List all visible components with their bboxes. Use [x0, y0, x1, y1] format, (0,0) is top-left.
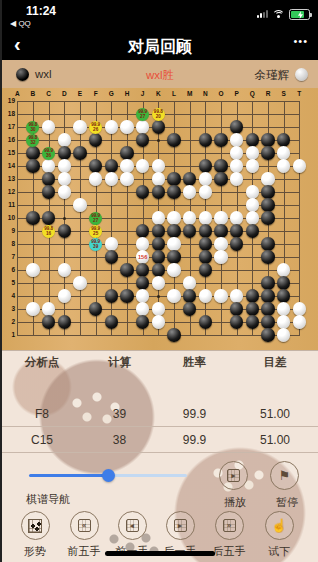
white-stone — [214, 289, 228, 303]
pause-button-label: 暂停 — [264, 495, 310, 510]
black-stone — [42, 211, 56, 225]
board-column-label: F — [91, 90, 101, 97]
black-stone — [152, 237, 166, 251]
white-stone — [246, 159, 260, 173]
try-move-label: 试下 — [256, 544, 302, 559]
white-stone — [167, 237, 181, 251]
white-stone — [152, 276, 166, 290]
black-stone — [167, 328, 181, 342]
board-row-label: 16 — [2, 136, 15, 143]
white-stone — [152, 211, 166, 225]
go-board[interactable]: A19B18C17D16E15F14G13H12J11K10L9M8N7O6P5… — [2, 88, 318, 350]
analysis-marker-K18[interactable]: 99.820 — [152, 108, 165, 121]
black-stone — [42, 315, 56, 329]
table-header-cell: 目差 — [232, 355, 318, 370]
cellular-signal-icon — [257, 10, 268, 18]
board-column-label: D — [59, 90, 69, 97]
analysis-row-F8[interactable]: F83999.951.00 — [2, 401, 318, 426]
black-stone — [261, 276, 275, 290]
white-stone — [152, 172, 166, 186]
black-stone — [167, 185, 181, 199]
white-stone — [277, 302, 291, 316]
board-column-label: B — [28, 90, 38, 97]
white-stone — [42, 120, 56, 134]
analysis-marker-B17[interactable]: 99.830 — [26, 121, 39, 134]
white-stone — [136, 159, 150, 173]
board-column-label: R — [263, 90, 273, 97]
forward-five-button[interactable]: » — [215, 511, 244, 540]
black-stone — [105, 250, 119, 264]
move-slider-thumb[interactable] — [102, 469, 115, 482]
white-stone — [105, 172, 119, 186]
white-stone — [73, 120, 87, 134]
black-stone — [246, 289, 260, 303]
situation-label: 形势 — [12, 544, 58, 559]
white-stone — [246, 211, 260, 225]
white-stone — [42, 159, 56, 173]
board-row-label: 15 — [2, 149, 15, 156]
board-column-label: N — [200, 90, 210, 97]
white-stone — [42, 302, 56, 316]
black-stone — [136, 276, 150, 290]
board-row-label: 7 — [2, 253, 15, 260]
black-stone — [183, 302, 197, 316]
white-stone — [261, 172, 275, 186]
last-move-number: 156 — [136, 250, 150, 264]
white-stone — [277, 263, 291, 277]
status-bar: 11:24 ◀ QQ — [2, 0, 318, 32]
black-stone — [261, 289, 275, 303]
black-stone — [261, 133, 275, 147]
double-left-icon: « — [78, 519, 91, 532]
white-stone — [246, 185, 260, 199]
play-button-label: 播放 — [212, 495, 258, 510]
white-stone — [26, 263, 40, 277]
white-stone — [214, 237, 228, 251]
nav-bar: ‹ 对局回顾 ••• — [2, 32, 318, 60]
white-player-name: 余瑾辉 — [255, 68, 290, 83]
analysis-marker-F9[interactable]: 99.925 — [89, 225, 102, 238]
black-stone — [230, 315, 244, 329]
black-stone — [89, 302, 103, 316]
white-stone — [167, 211, 181, 225]
black-stone — [42, 172, 56, 186]
black-stone — [246, 224, 260, 238]
black-stone — [89, 133, 103, 147]
white-stone — [230, 159, 244, 173]
black-stone — [152, 263, 166, 277]
table-divider — [2, 452, 318, 453]
black-stone — [105, 159, 119, 173]
white-stone — [214, 211, 228, 225]
white-stone — [183, 276, 197, 290]
white-stone — [26, 302, 40, 316]
black-stone — [73, 146, 87, 160]
white-stone — [293, 302, 307, 316]
white-stone — [230, 211, 244, 225]
board-column-label: Q — [247, 90, 257, 97]
white-stone — [199, 211, 213, 225]
black-stone — [152, 120, 166, 134]
analysis-marker-F17[interactable]: 99.926 — [89, 121, 102, 134]
home-indicator[interactable] — [105, 551, 215, 556]
try-move-button[interactable]: ☝ — [265, 511, 294, 540]
carrier-qq-indicator[interactable]: ◀ QQ — [10, 19, 31, 28]
board-column-label: S — [279, 90, 289, 97]
black-stone — [26, 211, 40, 225]
black-stone — [42, 185, 56, 199]
white-stone — [152, 315, 166, 329]
black-stone — [199, 133, 213, 147]
play-button[interactable]: ▸ — [219, 461, 248, 490]
black-stone — [261, 237, 275, 251]
black-stone — [105, 315, 119, 329]
hand-pointer-icon: ☝ — [271, 519, 287, 532]
black-stone — [136, 133, 150, 147]
board-row-label: 18 — [2, 110, 15, 117]
black-stone — [199, 315, 213, 329]
black-stone — [261, 250, 275, 264]
black-stone — [261, 211, 275, 225]
board-column-label: P — [232, 90, 242, 97]
board-column-label: J — [138, 90, 148, 97]
board-row-label: 10 — [2, 214, 15, 221]
navigation-section-label: 棋谱导航 — [26, 492, 70, 507]
white-stone — [58, 263, 72, 277]
black-stone — [120, 289, 134, 303]
black-stone — [136, 315, 150, 329]
battery-charging-icon — [289, 9, 310, 20]
black-stone — [261, 198, 275, 212]
white-stone — [58, 185, 72, 199]
black-stone — [214, 159, 228, 173]
white-stone — [105, 120, 119, 134]
mini-goban-icon — [28, 519, 42, 533]
black-stone — [89, 159, 103, 173]
forward-one-button[interactable]: ▸ — [166, 511, 195, 540]
board-row-label: 17 — [2, 123, 15, 130]
analysis-marker-C15[interactable]: 99.936 — [42, 147, 55, 160]
black-stone — [120, 146, 134, 160]
black-stone — [199, 237, 213, 251]
table-header-cell: 胜率 — [157, 355, 232, 370]
black-stone — [277, 133, 291, 147]
board-row-label: 9 — [2, 227, 15, 234]
black-stone — [152, 250, 166, 264]
white-stone — [246, 198, 260, 212]
back-five-label: 前五手 — [61, 544, 107, 559]
white-stone — [152, 302, 166, 316]
table-header-cell: 分析点 — [2, 355, 82, 370]
white-stone — [199, 185, 213, 199]
black-stone — [183, 224, 197, 238]
white-stone — [73, 276, 87, 290]
white-stone — [199, 289, 213, 303]
white-stone — [230, 146, 244, 160]
white-stone — [214, 250, 228, 264]
pause-button[interactable]: ⚑ — [270, 461, 299, 490]
black-stone — [230, 120, 244, 134]
board-column-label: T — [294, 90, 304, 97]
black-stone — [136, 185, 150, 199]
board-row-label: 1 — [2, 331, 15, 338]
analysis-marker-J18[interactable]: 99.927 — [136, 108, 149, 121]
back-five-button[interactable]: « — [70, 511, 99, 540]
black-stone — [214, 133, 228, 147]
board-column-label: L — [169, 90, 179, 97]
board-column-label: M — [185, 90, 195, 97]
white-stone — [120, 159, 134, 173]
wifi-icon — [272, 10, 285, 19]
white-stone — [293, 315, 307, 329]
black-stone — [261, 146, 275, 160]
black-stone — [26, 146, 40, 160]
star-point — [63, 217, 66, 220]
black-stone — [183, 289, 197, 303]
black-stone — [152, 224, 166, 238]
white-stone — [167, 289, 181, 303]
black-stone — [214, 224, 228, 238]
star-point — [157, 295, 160, 298]
move-slider-track[interactable] — [108, 474, 187, 477]
white-stone — [152, 159, 166, 173]
move-slider-track-filled[interactable] — [29, 474, 108, 477]
white-stone — [183, 211, 197, 225]
white-stone — [230, 172, 244, 186]
double-right-icon: » — [223, 519, 236, 532]
board-row-label: 2 — [2, 318, 15, 325]
black-stone — [246, 133, 260, 147]
flag-icon: ⚑ — [279, 469, 291, 482]
board-row-label: 12 — [2, 188, 15, 195]
black-stone — [58, 146, 72, 160]
board-row-label: 6 — [2, 266, 15, 273]
black-stone — [230, 237, 244, 251]
lower-panel: 分析点计算胜率目差 F83999.951.00C153899.951.00 棋谱… — [2, 350, 318, 562]
white-stone — [199, 172, 213, 186]
black-stone — [230, 302, 244, 316]
playback-controls: 棋谱导航 ▸ 播放 ⚑ 暂停 形势«前五手◂前一手▸后一手»后五手☝试下 — [2, 459, 318, 562]
page-title: 对局回顾 — [2, 37, 318, 58]
white-stone — [277, 159, 291, 173]
single-left-icon: ◂ — [126, 519, 139, 532]
black-stone — [167, 224, 181, 238]
black-stone — [199, 159, 213, 173]
white-stone — [230, 133, 244, 147]
black-stone — [167, 133, 181, 147]
board-column-label: H — [122, 90, 132, 97]
more-menu-icon[interactable]: ••• — [293, 35, 308, 47]
black-stone — [261, 185, 275, 199]
white-stone — [58, 172, 72, 186]
board-row-label: 8 — [2, 240, 15, 247]
black-stone — [183, 172, 197, 186]
white-stone — [246, 146, 260, 160]
black-stone — [277, 276, 291, 290]
white-stone — [105, 237, 119, 251]
board-row-label: 5 — [2, 279, 15, 286]
board-row-label: 4 — [2, 292, 15, 299]
board-row-label: 13 — [2, 175, 15, 182]
play-icon: ▸ — [227, 469, 240, 482]
black-stone — [199, 224, 213, 238]
white-stone — [136, 302, 150, 316]
black-stone — [230, 224, 244, 238]
board-row-label: 19 — [2, 97, 15, 104]
white-stone — [183, 185, 197, 199]
single-right-icon: ▸ — [174, 519, 187, 532]
analysis-marker-B16[interactable]: 99.832 — [26, 134, 39, 147]
black-stone — [58, 315, 72, 329]
black-stone — [152, 185, 166, 199]
black-stone — [26, 159, 40, 173]
board-column-label: K — [153, 90, 163, 97]
white-stone — [167, 263, 181, 277]
board-column-label: E — [75, 90, 85, 97]
black-stone — [105, 289, 119, 303]
white-stone — [277, 328, 291, 342]
white-stone — [120, 120, 134, 134]
analysis-marker-F10[interactable]: 99.927 — [89, 212, 102, 225]
analysis-row-C15[interactable]: C153899.951.00 — [2, 427, 318, 452]
board-row-label: 11 — [2, 201, 15, 208]
white-stone — [230, 289, 244, 303]
white-stone — [277, 146, 291, 160]
black-stone — [277, 289, 291, 303]
white-stone — [277, 315, 291, 329]
black-stone — [167, 172, 181, 186]
analysis-marker-C9[interactable]: 99.816 — [42, 225, 55, 238]
white-stone — [58, 133, 72, 147]
player-bar: wxl wxl胜 余瑾辉 — [2, 60, 318, 88]
black-stone — [136, 263, 150, 277]
black-stone — [199, 250, 213, 264]
board-column-label: C — [44, 90, 54, 97]
board-row-label: 14 — [2, 162, 15, 169]
white-stone — [136, 120, 150, 134]
analysis-marker-F8[interactable]: 99.939 — [89, 238, 102, 251]
white-stone — [58, 289, 72, 303]
white-stone — [89, 172, 103, 186]
situation-button[interactable] — [21, 511, 50, 540]
black-stone — [261, 302, 275, 316]
black-stone — [246, 302, 260, 316]
board-column-label: O — [216, 90, 226, 97]
analysis-table-header: 分析点计算胜率目差 — [2, 355, 318, 370]
black-stone — [120, 263, 134, 277]
black-stone — [136, 224, 150, 238]
board-row-label: 3 — [2, 305, 15, 312]
app-screen: 11:24 ◀ QQ ‹ 对局回顾 ••• wxl wxl胜 余瑾辉 A19B1… — [2, 0, 318, 562]
white-stone — [136, 237, 150, 251]
board-column-label: G — [106, 90, 116, 97]
black-stone — [214, 172, 228, 186]
white-stone — [136, 289, 150, 303]
white-stone — [293, 159, 307, 173]
black-stone — [167, 250, 181, 264]
black-stone — [261, 315, 275, 329]
board-column-label: A — [12, 90, 22, 97]
black-stone — [58, 224, 72, 238]
black-stone — [246, 315, 260, 329]
analysis-table: 分析点计算胜率目差 F83999.951.00C153899.951.00 — [2, 351, 318, 459]
back-one-button[interactable]: ◂ — [118, 511, 147, 540]
white-stone — [73, 198, 87, 212]
white-stone — [58, 159, 72, 173]
clock: 11:24 — [26, 4, 56, 18]
table-header-cell: 计算 — [82, 355, 157, 370]
black-stone — [199, 263, 213, 277]
black-stone — [261, 328, 275, 342]
white-stone-icon — [295, 68, 308, 81]
star-point — [157, 139, 160, 142]
white-stone — [120, 172, 134, 186]
